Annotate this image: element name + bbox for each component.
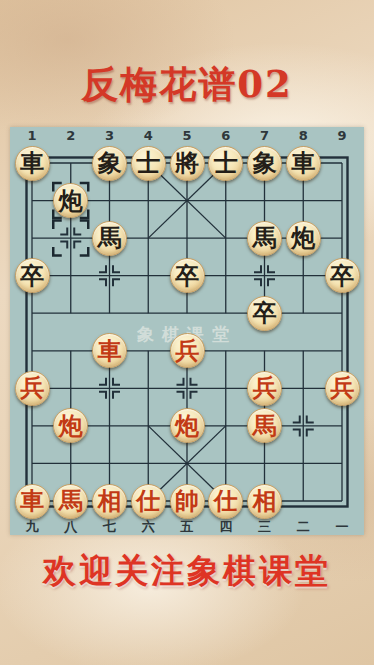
file-label-top: 6: [215, 129, 237, 143]
page-title: 反梅花谱02: [0, 62, 374, 106]
point-marker: [293, 429, 300, 436]
point-marker: [99, 392, 106, 399]
piece-兵-red[interactable]: 兵: [325, 371, 360, 406]
piece-馬-red[interactable]: 馬: [53, 484, 88, 519]
file-label-bottom: 八: [60, 520, 82, 534]
point-marker: [74, 242, 81, 249]
piece-仕-red[interactable]: 仕: [208, 484, 243, 519]
piece-卒-black[interactable]: 卒: [325, 258, 360, 293]
file-label-bottom: 五: [176, 520, 198, 534]
piece-車-black[interactable]: 車: [15, 146, 50, 181]
piece-馬-black[interactable]: 馬: [92, 221, 127, 256]
point-marker: [74, 228, 81, 235]
file-label-bottom: 七: [99, 520, 121, 534]
piece-炮-black[interactable]: 炮: [286, 221, 321, 256]
file-label-top: 5: [176, 129, 198, 143]
point-marker: [191, 378, 198, 385]
point-marker: [113, 392, 120, 399]
move-highlight-bracket: [53, 247, 62, 256]
piece-馬-black[interactable]: 馬: [247, 221, 282, 256]
file-label-top: 1: [21, 129, 43, 143]
file-label-top: 7: [254, 129, 276, 143]
piece-士-black[interactable]: 士: [131, 146, 166, 181]
piece-兵-red[interactable]: 兵: [15, 371, 50, 406]
piece-炮-red[interactable]: 炮: [170, 408, 205, 443]
file-label-top: 9: [331, 129, 353, 143]
xiangqi-board: 123456789 象棋课堂 車象士將士象車炮馬馬炮卒卒卒卒車兵兵兵兵炮炮馬車馬…: [10, 127, 364, 535]
piece-相-red[interactable]: 相: [92, 484, 127, 519]
piece-仕-red[interactable]: 仕: [131, 484, 166, 519]
move-highlight-bracket: [80, 247, 89, 256]
point-marker: [254, 265, 261, 272]
point-marker: [254, 279, 261, 286]
file-label-bottom: 九: [21, 520, 43, 534]
piece-卒-black[interactable]: 卒: [170, 258, 205, 293]
point-marker: [293, 415, 300, 422]
file-label-bottom: 四: [215, 520, 237, 534]
piece-將-black[interactable]: 將: [170, 146, 205, 181]
point-marker: [60, 242, 67, 249]
point-marker: [113, 279, 120, 286]
piece-卒-black[interactable]: 卒: [15, 258, 50, 293]
point-marker: [191, 392, 198, 399]
move-highlight-bracket: [80, 221, 89, 230]
piece-象-black[interactable]: 象: [92, 146, 127, 181]
point-marker: [99, 265, 106, 272]
piece-士-black[interactable]: 士: [208, 146, 243, 181]
piece-兵-red[interactable]: 兵: [247, 371, 282, 406]
point-marker: [99, 378, 106, 385]
point-marker: [268, 279, 275, 286]
point-marker: [113, 378, 120, 385]
move-highlight-bracket: [53, 221, 62, 230]
piece-相-red[interactable]: 相: [247, 484, 282, 519]
page: 反梅花谱02 123456789 象棋课堂 車象士將士象車炮馬馬炮卒卒卒卒車兵兵…: [0, 0, 374, 665]
point-marker: [113, 265, 120, 272]
point-marker: [177, 378, 184, 385]
file-label-top: 8: [292, 129, 314, 143]
file-label-bottom: 三: [254, 520, 276, 534]
file-label-bottom: 六: [137, 520, 159, 534]
point-marker: [268, 265, 275, 272]
piece-車-red[interactable]: 車: [15, 484, 50, 519]
file-label-bottom: 一: [331, 520, 353, 534]
file-label-bottom: 二: [292, 520, 314, 534]
piece-兵-red[interactable]: 兵: [170, 333, 205, 368]
piece-車-black[interactable]: 車: [286, 146, 321, 181]
point-marker: [307, 429, 314, 436]
point-marker: [99, 279, 106, 286]
point-marker: [177, 392, 184, 399]
piece-帥-red[interactable]: 帥: [170, 484, 205, 519]
footer-banner: 欢迎关注象棋课堂: [0, 549, 374, 593]
file-label-top: 2: [60, 129, 82, 143]
piece-象-black[interactable]: 象: [247, 146, 282, 181]
file-label-top: 3: [99, 129, 121, 143]
point-marker: [60, 228, 67, 235]
point-marker: [307, 415, 314, 422]
piece-卒-black[interactable]: 卒: [247, 296, 282, 331]
file-label-top: 4: [137, 129, 159, 143]
